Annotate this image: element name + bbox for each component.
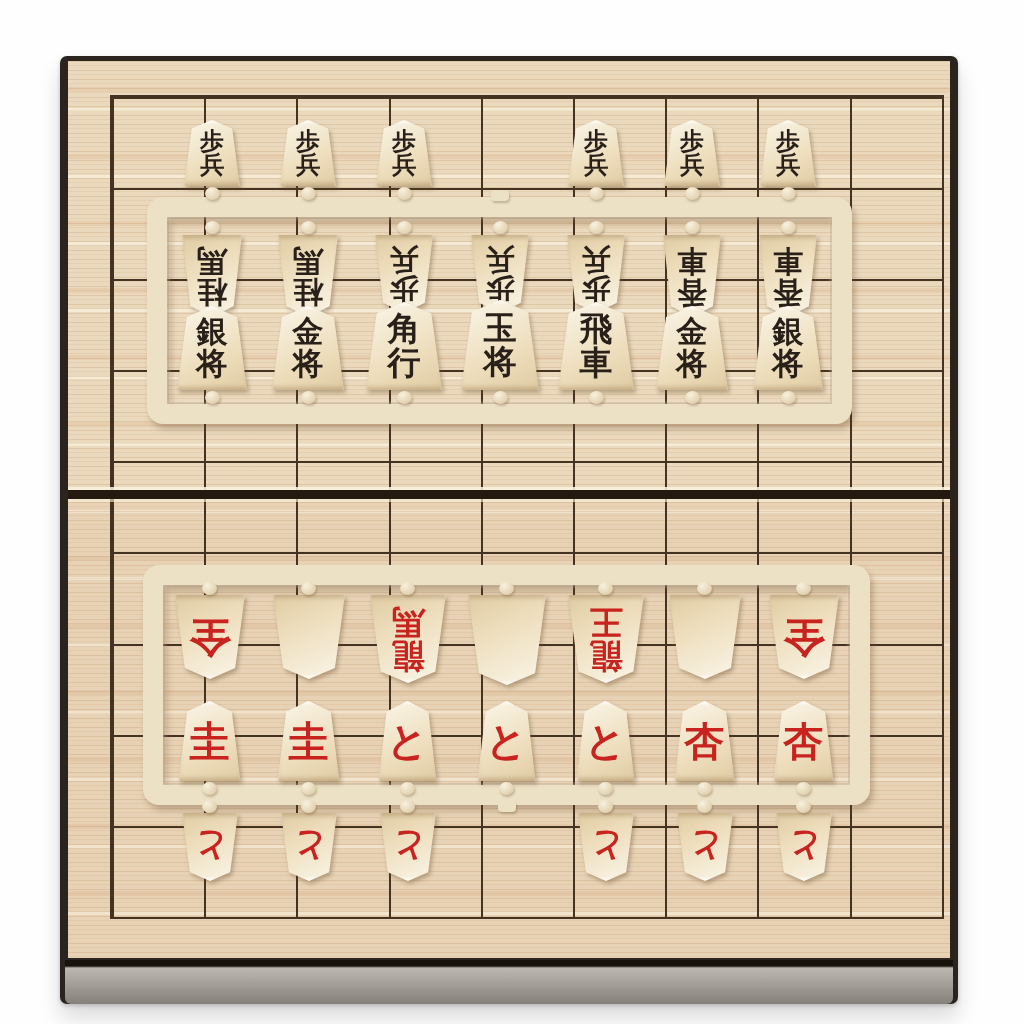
sprue-attachment-nub	[697, 800, 712, 813]
koma-kanji: 歩	[390, 274, 419, 304]
koma-knight-black[interactable]: 桂馬	[182, 235, 242, 317]
sprue-attachment-nub	[697, 782, 712, 795]
koma-kanji: 馬	[197, 245, 227, 276]
koma-kanji: と	[786, 830, 821, 865]
koma-promoted-rook-dragon-red[interactable]: 龍王	[568, 595, 644, 683]
koma-kanji: と	[486, 721, 527, 762]
koma-tokin-red[interactable]: と	[578, 813, 634, 881]
koma-king-back-blank-red[interactable]	[468, 595, 546, 685]
sprue-attachment-nub	[400, 582, 415, 595]
koma-promoted-bishop-horse-red[interactable]: 龍馬	[370, 595, 446, 683]
koma-promoted-knight-red[interactable]: 圭	[278, 701, 340, 781]
sprue-attachment-nub	[685, 221, 700, 234]
sprue-attachment-nub	[400, 800, 415, 813]
koma-silver-black[interactable]: 銀将	[753, 306, 823, 390]
koma-promoted-silver-red[interactable]: 全	[175, 595, 245, 679]
koma-kanji: 兵	[200, 153, 224, 177]
koma-kanji: と	[387, 721, 428, 762]
koma-kanji: 兵	[680, 153, 704, 177]
koma-kanji: 圭	[289, 721, 329, 762]
koma-promoted-lance-red[interactable]: 杏	[675, 701, 735, 781]
sprue-attachment-nub	[202, 582, 217, 595]
sprue-gate-tab	[491, 190, 509, 201]
koma-kanji: 行	[388, 346, 421, 380]
sprue-attachment-nub	[781, 391, 796, 404]
koma-kanji: 車	[580, 346, 613, 380]
koma-kanji: 龍	[589, 639, 622, 673]
koma-tokin-red[interactable]: と	[776, 813, 832, 881]
sprue-attachment-nub	[499, 582, 514, 595]
koma-pawn-black[interactable]: 歩兵	[568, 120, 624, 186]
sprue-attachment-nub	[397, 187, 412, 200]
koma-gold-black[interactable]: 金将	[656, 306, 728, 390]
koma-kanji: 香	[773, 276, 803, 307]
koma-tokin-red[interactable]: と	[281, 813, 337, 881]
koma-kanji: と	[192, 830, 227, 865]
koma-kanji: 角	[388, 312, 421, 346]
koma-tokin-red[interactable]: と	[380, 813, 436, 881]
koma-gold-black[interactable]: 金将	[272, 306, 344, 390]
koma-kanji: 将	[773, 348, 804, 380]
koma-kanji: 玉	[484, 311, 517, 345]
koma-kanji: 将	[293, 348, 324, 380]
sprue-attachment-nub	[205, 391, 220, 404]
koma-kanji: 兵	[776, 153, 800, 177]
sprue-attachment-nub	[685, 187, 700, 200]
koma-kanji: 香	[677, 276, 707, 307]
koma-tokin-red[interactable]: と	[677, 813, 733, 881]
koma-kanji: 杏	[784, 721, 824, 762]
koma-kanji: 桂	[293, 276, 323, 307]
koma-kanji: と	[687, 830, 722, 865]
koma-rook-black[interactable]: 飛車	[558, 302, 634, 390]
sprue-attachment-nub	[781, 221, 796, 234]
koma-king-black[interactable]: 玉将	[461, 300, 539, 390]
sprue-attachment-nub	[796, 800, 811, 813]
koma-pawn-black[interactable]: 歩兵	[280, 120, 336, 186]
koma-promoted-knight-red[interactable]: 圭	[179, 701, 241, 781]
koma-kanji: と	[291, 830, 326, 865]
koma-kanji: 将	[197, 348, 228, 380]
koma-kanji: 将	[484, 345, 517, 379]
board-fold-seam	[68, 490, 950, 499]
koma-kanji: 杏	[685, 721, 725, 762]
koma-kanji: と	[390, 830, 425, 865]
koma-kanji: 金	[677, 316, 708, 348]
sprue-attachment-nub	[205, 221, 220, 234]
sprue-attachment-nub	[202, 782, 217, 795]
koma-kanji: 銀	[197, 316, 228, 348]
koma-kanji: 馬	[391, 605, 424, 639]
sprue-attachment-nub	[685, 391, 700, 404]
sprue-attachment-nub	[205, 187, 220, 200]
sprue-attachment-nub	[589, 391, 604, 404]
sprue-attachment-nub	[781, 187, 796, 200]
sprue-attachment-nub	[598, 582, 613, 595]
koma-kanji: 兵	[390, 244, 419, 274]
koma-kanji: 王	[589, 605, 622, 639]
koma-tokin-red[interactable]: と	[577, 701, 635, 781]
koma-knight-black[interactable]: 桂馬	[278, 235, 338, 317]
koma-kanji: 兵	[392, 153, 416, 177]
sprue-attachment-nub	[397, 221, 412, 234]
sprue-attachment-nub	[499, 782, 514, 795]
sprue-attachment-nub	[589, 221, 604, 234]
koma-tokin-red[interactable]: と	[478, 701, 536, 781]
koma-gold-back-blank-red[interactable]	[669, 595, 741, 679]
koma-pawn-black[interactable]: 歩兵	[760, 120, 816, 186]
koma-kanji: 兵	[584, 153, 608, 177]
koma-bishop-black[interactable]: 角行	[366, 302, 442, 390]
board-front-edge	[65, 960, 953, 1004]
koma-kanji: と	[588, 830, 623, 865]
koma-lance-black[interactable]: 香車	[663, 235, 721, 317]
sprue-gate-tab	[498, 801, 516, 812]
koma-kanji: 全	[783, 616, 825, 659]
koma-kanji: 金	[293, 316, 324, 348]
koma-kanji: 飛	[580, 312, 613, 346]
sprue-attachment-nub	[400, 782, 415, 795]
koma-kanji: 桂	[197, 276, 227, 307]
koma-kanji: 銀	[773, 316, 804, 348]
koma-kanji: 龍	[391, 639, 424, 673]
koma-kanji: 兵	[296, 153, 320, 177]
sprue-attachment-nub	[796, 782, 811, 795]
koma-promoted-lance-red[interactable]: 杏	[774, 701, 834, 781]
sprue-attachment-nub	[301, 800, 316, 813]
koma-kanji: 車	[773, 245, 803, 276]
sprue-attachment-nub	[301, 582, 316, 595]
koma-tokin-red[interactable]: と	[182, 813, 238, 881]
koma-tokin-red[interactable]: と	[379, 701, 437, 781]
koma-kanji: 歩	[582, 274, 611, 304]
koma-kanji: 車	[677, 245, 707, 276]
koma-promoted-silver-red[interactable]: 全	[769, 595, 839, 679]
koma-pawn-black[interactable]: 歩兵	[184, 120, 240, 186]
sprue-attachment-nub	[397, 391, 412, 404]
sprue-attachment-nub	[493, 221, 508, 234]
koma-kanji: 兵	[582, 244, 611, 274]
koma-kanji: 馬	[293, 245, 323, 276]
sprue-attachment-nub	[697, 582, 712, 595]
koma-pawn-black[interactable]: 歩兵	[376, 120, 432, 186]
koma-lance-black[interactable]: 香車	[759, 235, 817, 317]
koma-kanji: 将	[677, 348, 708, 380]
sprue-attachment-nub	[598, 782, 613, 795]
sprue-attachment-nub	[202, 800, 217, 813]
koma-gold-back-blank-red[interactable]	[273, 595, 345, 679]
sprue-attachment-nub	[301, 391, 316, 404]
koma-kanji: と	[585, 721, 626, 762]
sprue-attachment-nub	[493, 391, 508, 404]
sprue-attachment-nub	[301, 782, 316, 795]
sprue-attachment-nub	[589, 187, 604, 200]
sprue-attachment-nub	[796, 582, 811, 595]
sprue-attachment-nub	[301, 221, 316, 234]
sprue-attachment-nub	[301, 187, 316, 200]
koma-kanji: 圭	[190, 721, 230, 762]
sprue-attachment-nub	[598, 800, 613, 813]
koma-kanji: 全	[189, 616, 231, 659]
product-photo: 歩兵歩兵歩兵歩兵歩兵歩兵桂馬桂馬歩兵歩兵歩兵香車香車銀将金将角行玉将飛車金将銀将…	[0, 0, 1024, 1024]
koma-kanji: 兵	[486, 244, 515, 274]
koma-silver-black[interactable]: 銀将	[177, 306, 247, 390]
koma-pawn-black[interactable]: 歩兵	[664, 120, 720, 186]
